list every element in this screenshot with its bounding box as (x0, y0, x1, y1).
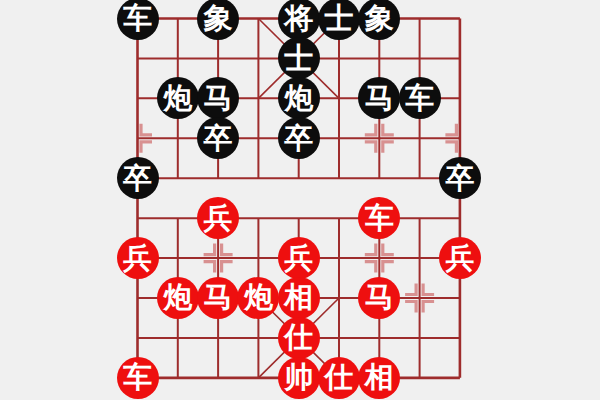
piece-black-soldier[interactable]: 卒 (439, 157, 481, 199)
piece-black-horse[interactable]: 马 (358, 77, 400, 119)
piece-red-soldier[interactable]: 兵 (439, 237, 481, 279)
piece-red-horse[interactable]: 马 (197, 277, 239, 319)
piece-red-cannon[interactable]: 炮 (237, 277, 279, 319)
xiangqi-board: 车象将士象士炮马炮马车卒卒卒卒兵车兵兵兵炮马炮相马仕车帅仕相 (0, 0, 600, 400)
piece-black-cannon[interactable]: 炮 (157, 77, 199, 119)
piece-red-chariot[interactable]: 车 (358, 197, 400, 239)
piece-red-advisor[interactable]: 仕 (278, 317, 320, 359)
piece-black-soldier[interactable]: 卒 (117, 157, 159, 199)
piece-black-chariot[interactable]: 车 (399, 77, 441, 119)
piece-black-advisor[interactable]: 士 (318, 0, 360, 40)
piece-red-general[interactable]: 帅 (278, 357, 320, 399)
board-grid: 车象将士象士炮马炮马车卒卒卒卒兵车兵兵兵炮马炮相马仕车帅仕相 (117, 0, 480, 398)
piece-red-elephant[interactable]: 相 (358, 357, 400, 399)
piece-black-chariot[interactable]: 车 (117, 0, 159, 40)
piece-red-advisor[interactable]: 仕 (318, 357, 360, 399)
piece-black-soldier[interactable]: 卒 (278, 117, 320, 159)
piece-red-soldier[interactable]: 兵 (117, 237, 159, 279)
piece-black-general[interactable]: 将 (278, 0, 320, 40)
piece-red-soldier[interactable]: 兵 (278, 237, 320, 279)
piece-red-soldier[interactable]: 兵 (197, 197, 239, 239)
piece-red-cannon[interactable]: 炮 (157, 277, 199, 319)
piece-black-advisor[interactable]: 士 (278, 37, 320, 79)
piece-red-elephant[interactable]: 相 (278, 277, 320, 319)
piece-black-elephant[interactable]: 象 (197, 0, 239, 40)
piece-red-chariot[interactable]: 车 (117, 357, 159, 399)
piece-black-soldier[interactable]: 卒 (197, 117, 239, 159)
piece-black-cannon[interactable]: 炮 (278, 77, 320, 119)
piece-black-horse[interactable]: 马 (197, 77, 239, 119)
piece-black-elephant[interactable]: 象 (358, 0, 400, 40)
piece-red-horse[interactable]: 马 (358, 277, 400, 319)
